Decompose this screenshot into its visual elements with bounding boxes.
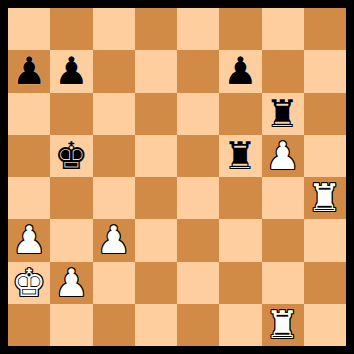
black-rook[interactable]: ♜	[266, 95, 300, 133]
square-a5[interactable]	[8, 135, 50, 177]
white-pawn[interactable]: ♟	[97, 221, 131, 259]
square-f5[interactable]: ♜	[219, 135, 261, 177]
square-c4[interactable]	[93, 177, 135, 219]
square-d3[interactable]	[135, 219, 177, 261]
square-e6[interactable]	[177, 93, 219, 135]
white-rook[interactable]: ♜	[308, 179, 342, 217]
white-pawn[interactable]: ♟	[266, 137, 300, 175]
square-c1[interactable]	[93, 304, 135, 346]
black-king[interactable]: ♚	[54, 137, 88, 175]
square-f8[interactable]	[219, 8, 261, 50]
square-b2[interactable]: ♟	[50, 262, 92, 304]
square-g4[interactable]	[262, 177, 304, 219]
white-pawn[interactable]: ♟	[12, 221, 46, 259]
square-b8[interactable]	[50, 8, 92, 50]
square-c7[interactable]	[93, 50, 135, 92]
square-a7[interactable]: ♟	[8, 50, 50, 92]
square-e4[interactable]	[177, 177, 219, 219]
black-pawn[interactable]: ♟	[223, 52, 257, 90]
square-a4[interactable]	[8, 177, 50, 219]
square-h2[interactable]	[304, 262, 346, 304]
square-d8[interactable]	[135, 8, 177, 50]
square-h4[interactable]: ♜	[304, 177, 346, 219]
square-a2[interactable]: ♚	[8, 262, 50, 304]
square-f6[interactable]	[219, 93, 261, 135]
square-g2[interactable]	[262, 262, 304, 304]
black-pawn[interactable]: ♟	[12, 52, 46, 90]
square-g6[interactable]: ♜	[262, 93, 304, 135]
square-g3[interactable]	[262, 219, 304, 261]
square-d4[interactable]	[135, 177, 177, 219]
square-b3[interactable]	[50, 219, 92, 261]
square-h3[interactable]	[304, 219, 346, 261]
square-g8[interactable]	[262, 8, 304, 50]
square-a8[interactable]	[8, 8, 50, 50]
square-f4[interactable]	[219, 177, 261, 219]
square-e1[interactable]	[177, 304, 219, 346]
square-e5[interactable]	[177, 135, 219, 177]
square-e2[interactable]	[177, 262, 219, 304]
square-f2[interactable]	[219, 262, 261, 304]
square-f1[interactable]	[219, 304, 261, 346]
square-d7[interactable]	[135, 50, 177, 92]
square-d2[interactable]	[135, 262, 177, 304]
square-d6[interactable]	[135, 93, 177, 135]
square-c6[interactable]	[93, 93, 135, 135]
square-e3[interactable]	[177, 219, 219, 261]
square-a1[interactable]	[8, 304, 50, 346]
square-b5[interactable]: ♚	[50, 135, 92, 177]
square-h8[interactable]	[304, 8, 346, 50]
square-c5[interactable]	[93, 135, 135, 177]
square-h6[interactable]	[304, 93, 346, 135]
square-b1[interactable]	[50, 304, 92, 346]
white-king[interactable]: ♚	[12, 264, 46, 302]
square-a6[interactable]	[8, 93, 50, 135]
square-b4[interactable]	[50, 177, 92, 219]
square-b6[interactable]	[50, 93, 92, 135]
square-h5[interactable]	[304, 135, 346, 177]
square-c3[interactable]: ♟	[93, 219, 135, 261]
chess-board: ♟♟♟♜♚♜♟♜♟♟♚♟♜	[8, 8, 346, 346]
square-f3[interactable]	[219, 219, 261, 261]
square-c8[interactable]	[93, 8, 135, 50]
square-e7[interactable]	[177, 50, 219, 92]
square-b7[interactable]: ♟	[50, 50, 92, 92]
square-e8[interactable]	[177, 8, 219, 50]
square-h1[interactable]	[304, 304, 346, 346]
square-g5[interactable]: ♟	[262, 135, 304, 177]
square-d1[interactable]	[135, 304, 177, 346]
square-a3[interactable]: ♟	[8, 219, 50, 261]
square-d5[interactable]	[135, 135, 177, 177]
white-pawn[interactable]: ♟	[54, 264, 88, 302]
square-g7[interactable]	[262, 50, 304, 92]
square-h7[interactable]	[304, 50, 346, 92]
chess-board-frame: ♟♟♟♜♚♜♟♜♟♟♚♟♜	[0, 0, 354, 354]
square-c2[interactable]	[93, 262, 135, 304]
white-rook[interactable]: ♜	[266, 306, 300, 344]
square-f7[interactable]: ♟	[219, 50, 261, 92]
black-rook[interactable]: ♜	[223, 137, 257, 175]
black-pawn[interactable]: ♟	[54, 52, 88, 90]
square-g1[interactable]: ♜	[262, 304, 304, 346]
